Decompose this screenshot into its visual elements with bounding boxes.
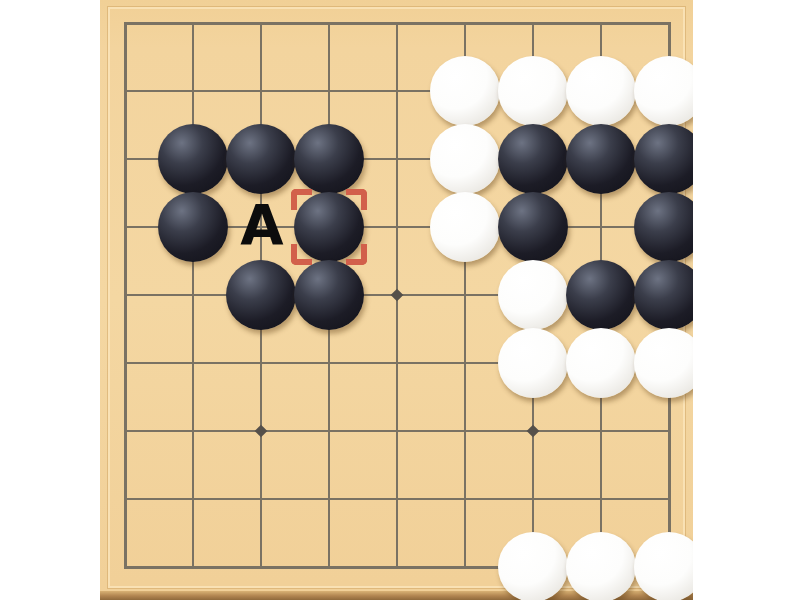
grid-line-horizontal [124, 430, 670, 432]
star-point [391, 289, 404, 302]
white-stone-6-3 [430, 124, 500, 194]
white-stone-9-2 [634, 56, 693, 126]
black-stone-7-3 [498, 124, 568, 194]
page-background: A [0, 0, 800, 600]
white-stone-7-5 [498, 260, 568, 330]
white-stone-7-9 [498, 532, 568, 600]
bracket-corner-tr [346, 189, 367, 210]
black-stone-4-3 [294, 124, 364, 194]
white-stone-7-2 [498, 56, 568, 126]
white-stone-8-9 [566, 532, 636, 600]
bracket-corner-bl [291, 244, 312, 265]
white-stone-7-6 [498, 328, 568, 398]
white-stone-8-6 [566, 328, 636, 398]
black-stone-7-4 [498, 192, 568, 262]
go-board-grid[interactable]: A [125, 23, 669, 567]
black-stone-2-3 [158, 124, 228, 194]
black-stone-9-4 [634, 192, 693, 262]
black-stone-4-5 [294, 260, 364, 330]
star-point [527, 425, 540, 438]
marked-stone-bracket [291, 189, 367, 265]
grid-line-horizontal [124, 498, 670, 500]
label-point-a[interactable]: A [240, 197, 281, 253]
black-stone-2-4 [158, 192, 228, 262]
black-stone-3-5 [226, 260, 296, 330]
black-stone-3-3 [226, 124, 296, 194]
white-stone-6-2 [430, 56, 500, 126]
go-board: A [100, 0, 693, 600]
white-stone-6-4 [430, 192, 500, 262]
bracket-corner-tl [291, 189, 312, 210]
bracket-corner-br [346, 244, 367, 265]
star-point [255, 425, 268, 438]
white-stone-8-2 [566, 56, 636, 126]
white-stone-9-9 [634, 532, 693, 600]
black-stone-8-3 [566, 124, 636, 194]
black-stone-9-3 [634, 124, 693, 194]
black-stone-8-5 [566, 260, 636, 330]
white-stone-9-6 [634, 328, 693, 398]
black-stone-9-5 [634, 260, 693, 330]
